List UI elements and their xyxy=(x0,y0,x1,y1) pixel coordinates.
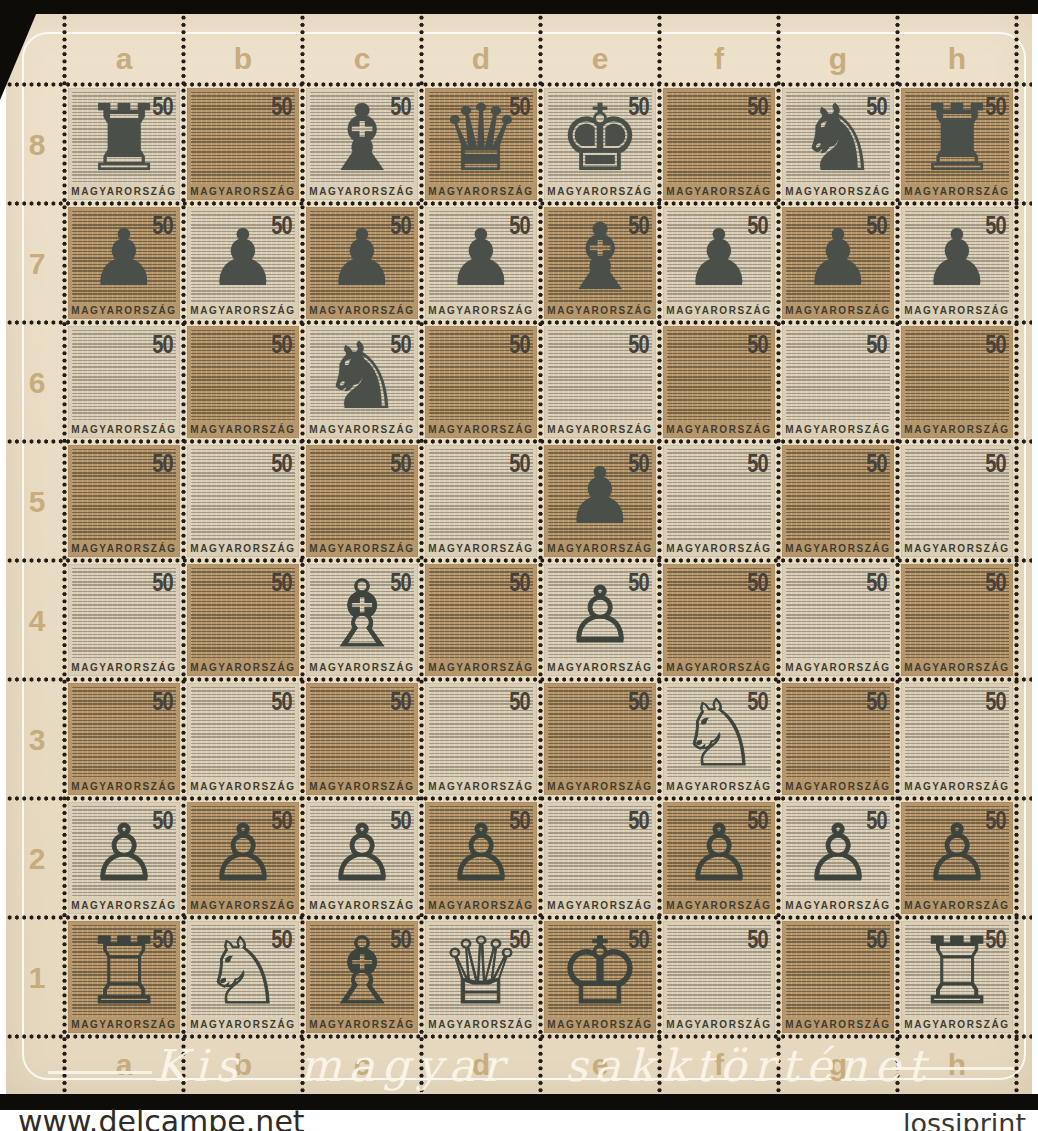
file-label-top-g: g xyxy=(782,42,894,76)
stamp-f4: 50MAGYARORSZÁG xyxy=(663,564,775,676)
stamp-a2: 50♙MAGYARORSZÁG xyxy=(68,802,180,914)
denomination-50: 50 xyxy=(390,92,411,121)
country-name: MAGYARORSZÁG xyxy=(306,424,418,435)
denomination-50: 50 xyxy=(747,211,768,240)
country-name: MAGYARORSZÁG xyxy=(782,900,894,911)
country-name: MAGYARORSZÁG xyxy=(544,662,656,673)
denomination-50: 50 xyxy=(866,330,887,359)
country-name: MAGYARORSZÁG xyxy=(187,662,299,673)
country-name: MAGYARORSZÁG xyxy=(782,186,894,197)
country-name: MAGYARORSZÁG xyxy=(187,900,299,911)
denomination-50: 50 xyxy=(390,449,411,478)
denomination-50: 50 xyxy=(152,92,173,121)
country-name: MAGYARORSZÁG xyxy=(68,424,180,435)
watermark-delcampe: www.delcampe.net xyxy=(18,1104,305,1131)
stamp-g1: 50MAGYARORSZÁG xyxy=(782,921,894,1033)
denomination-50: 50 xyxy=(152,449,173,478)
denomination-50: 50 xyxy=(152,806,173,835)
country-name: MAGYARORSZÁG xyxy=(663,662,775,673)
denomination-50: 50 xyxy=(866,568,887,597)
denomination-50: 50 xyxy=(509,925,530,954)
stamp-d1: 50♕MAGYARORSZÁG xyxy=(425,921,537,1033)
country-name: MAGYARORSZÁG xyxy=(544,900,656,911)
country-name: MAGYARORSZÁG xyxy=(901,781,1013,792)
rank-label-3: 3 xyxy=(20,723,54,757)
country-name: MAGYARORSZÁG xyxy=(544,186,656,197)
stamp-f5: 50MAGYARORSZÁG xyxy=(663,445,775,557)
country-name: MAGYARORSZÁG xyxy=(425,424,537,435)
denomination-50: 50 xyxy=(152,925,173,954)
perforation-line-vertical xyxy=(62,14,67,1096)
country-name: MAGYARORSZÁG xyxy=(901,662,1013,673)
sheet-caption: Kis magyar sakktörténet xyxy=(154,1040,932,1091)
denomination-50: 50 xyxy=(271,211,292,240)
perforation-line-horizontal xyxy=(6,201,1032,206)
country-name: MAGYARORSZÁG xyxy=(782,543,894,554)
stamp-e6: 50MAGYARORSZÁG xyxy=(544,326,656,438)
stamp-b5: 50MAGYARORSZÁG xyxy=(187,445,299,557)
denomination-50: 50 xyxy=(747,330,768,359)
denomination-50: 50 xyxy=(271,687,292,716)
stamp-b3: 50MAGYARORSZÁG xyxy=(187,683,299,795)
country-name: MAGYARORSZÁG xyxy=(663,543,775,554)
stamp-f2: 50♙MAGYARORSZÁG xyxy=(663,802,775,914)
stamp-b1: 50♘MAGYARORSZÁG xyxy=(187,921,299,1033)
stamp-d3: 50MAGYARORSZÁG xyxy=(425,683,537,795)
denomination-50: 50 xyxy=(747,687,768,716)
country-name: MAGYARORSZÁG xyxy=(306,186,418,197)
stamp-b6: 50MAGYARORSZÁG xyxy=(187,326,299,438)
stamp-a8: 50♜MAGYARORSZÁG xyxy=(68,88,180,200)
stamp-h6: 50MAGYARORSZÁG xyxy=(901,326,1013,438)
perforation-line-horizontal xyxy=(6,558,1032,563)
stamp-c8: 50♝MAGYARORSZÁG xyxy=(306,88,418,200)
country-name: MAGYARORSZÁG xyxy=(187,1019,299,1030)
denomination-50: 50 xyxy=(985,925,1006,954)
perforation-line-vertical xyxy=(776,14,781,1096)
denomination-50: 50 xyxy=(271,449,292,478)
denomination-50: 50 xyxy=(747,568,768,597)
scanned-stamp-sheet-photo: aabbccddeeffgghh87654321 50♜MAGYARORSZÁG… xyxy=(0,0,1038,1131)
denomination-50: 50 xyxy=(985,687,1006,716)
denomination-50: 50 xyxy=(628,806,649,835)
stamp-e1: 50♔MAGYARORSZÁG xyxy=(544,921,656,1033)
country-name: MAGYARORSZÁG xyxy=(187,543,299,554)
denomination-50: 50 xyxy=(509,568,530,597)
country-name: MAGYARORSZÁG xyxy=(187,305,299,316)
caption-flourish-left xyxy=(48,1071,152,1074)
denomination-50: 50 xyxy=(985,449,1006,478)
country-name: MAGYARORSZÁG xyxy=(901,1019,1013,1030)
stamp-d8: 50♛MAGYARORSZÁG xyxy=(425,88,537,200)
perforation-line-horizontal xyxy=(6,1034,1032,1039)
stamp-d4: 50MAGYARORSZÁG xyxy=(425,564,537,676)
denomination-50: 50 xyxy=(985,92,1006,121)
rank-label-5: 5 xyxy=(20,485,54,519)
country-name: MAGYARORSZÁG xyxy=(782,305,894,316)
stamp-g8: 50♞MAGYARORSZÁG xyxy=(782,88,894,200)
country-name: MAGYARORSZÁG xyxy=(425,900,537,911)
stamp-c4: 50♗MAGYARORSZÁG xyxy=(306,564,418,676)
country-name: MAGYARORSZÁG xyxy=(663,781,775,792)
country-name: MAGYARORSZÁG xyxy=(306,662,418,673)
perforation-line-vertical xyxy=(300,14,305,1096)
perforation-line-horizontal xyxy=(6,439,1032,444)
country-name: MAGYARORSZÁG xyxy=(68,900,180,911)
perforation-line-vertical xyxy=(1014,14,1019,1096)
stamp-h1: 50♖MAGYARORSZÁG xyxy=(901,921,1013,1033)
country-name: MAGYARORSZÁG xyxy=(782,1019,894,1030)
stamp-h4: 50MAGYARORSZÁG xyxy=(901,564,1013,676)
country-name: MAGYARORSZÁG xyxy=(425,662,537,673)
stamp-d7: 50♟MAGYARORSZÁG xyxy=(425,207,537,319)
country-name: MAGYARORSZÁG xyxy=(68,1019,180,1030)
stamp-b8: 50MAGYARORSZÁG xyxy=(187,88,299,200)
stamp-e7: 50♝MAGYARORSZÁG xyxy=(544,207,656,319)
denomination-50: 50 xyxy=(271,806,292,835)
stamp-f6: 50MAGYARORSZÁG xyxy=(663,326,775,438)
country-name: MAGYARORSZÁG xyxy=(306,900,418,911)
stamp-a6: 50MAGYARORSZÁG xyxy=(68,326,180,438)
rank-label-2: 2 xyxy=(20,842,54,876)
rank-label-7: 7 xyxy=(20,247,54,281)
denomination-50: 50 xyxy=(509,449,530,478)
stamp-c1: 50♗MAGYARORSZÁG xyxy=(306,921,418,1033)
stamp-c5: 50MAGYARORSZÁG xyxy=(306,445,418,557)
denomination-50: 50 xyxy=(747,925,768,954)
country-name: MAGYARORSZÁG xyxy=(663,305,775,316)
stamp-a1: 50♖MAGYARORSZÁG xyxy=(68,921,180,1033)
stamp-g3: 50MAGYARORSZÁG xyxy=(782,683,894,795)
stamp-sheet: aabbccddeeffgghh87654321 50♜MAGYARORSZÁG… xyxy=(6,14,1032,1096)
country-name: MAGYARORSZÁG xyxy=(544,424,656,435)
denomination-50: 50 xyxy=(509,211,530,240)
perforation-line-vertical xyxy=(538,14,543,1096)
stamp-a7: 50♟MAGYARORSZÁG xyxy=(68,207,180,319)
country-name: MAGYARORSZÁG xyxy=(544,781,656,792)
perforation-line-horizontal xyxy=(6,796,1032,801)
denomination-50: 50 xyxy=(985,568,1006,597)
file-label-top-e: e xyxy=(544,42,656,76)
stamp-h7: 50♟MAGYARORSZÁG xyxy=(901,207,1013,319)
denomination-50: 50 xyxy=(628,449,649,478)
perforation-line-horizontal xyxy=(6,82,1032,87)
country-name: MAGYARORSZÁG xyxy=(187,186,299,197)
country-name: MAGYARORSZÁG xyxy=(425,186,537,197)
denomination-50: 50 xyxy=(628,92,649,121)
denomination-50: 50 xyxy=(985,330,1006,359)
denomination-50: 50 xyxy=(866,925,887,954)
stamp-d2: 50♙MAGYARORSZÁG xyxy=(425,802,537,914)
perforation-line-vertical xyxy=(657,14,662,1096)
perforation-line-vertical xyxy=(895,14,900,1096)
stamp-f1: 50MAGYARORSZÁG xyxy=(663,921,775,1033)
country-name: MAGYARORSZÁG xyxy=(68,662,180,673)
stamp-g7: 50♟MAGYARORSZÁG xyxy=(782,207,894,319)
stamp-e5: 50♟MAGYARORSZÁG xyxy=(544,445,656,557)
rank-label-8: 8 xyxy=(20,128,54,162)
denomination-50: 50 xyxy=(866,687,887,716)
stamp-e3: 50MAGYARORSZÁG xyxy=(544,683,656,795)
perforation-line-horizontal xyxy=(6,915,1032,920)
denomination-50: 50 xyxy=(628,925,649,954)
denomination-50: 50 xyxy=(271,925,292,954)
denomination-50: 50 xyxy=(390,925,411,954)
stamp-f8: 50MAGYARORSZÁG xyxy=(663,88,775,200)
country-name: MAGYARORSZÁG xyxy=(663,424,775,435)
stamp-h2: 50♙MAGYARORSZÁG xyxy=(901,802,1013,914)
country-name: MAGYARORSZÁG xyxy=(663,186,775,197)
denomination-50: 50 xyxy=(271,568,292,597)
denomination-50: 50 xyxy=(509,687,530,716)
country-name: MAGYARORSZÁG xyxy=(68,781,180,792)
country-name: MAGYARORSZÁG xyxy=(68,305,180,316)
stamp-h3: 50MAGYARORSZÁG xyxy=(901,683,1013,795)
country-name: MAGYARORSZÁG xyxy=(901,424,1013,435)
perforation-line-horizontal xyxy=(6,677,1032,682)
country-name: MAGYARORSZÁG xyxy=(306,305,418,316)
stamp-g2: 50♙MAGYARORSZÁG xyxy=(782,802,894,914)
denomination-50: 50 xyxy=(509,92,530,121)
file-label-top-h: h xyxy=(901,42,1013,76)
country-name: MAGYARORSZÁG xyxy=(306,543,418,554)
stamp-c2: 50♙MAGYARORSZÁG xyxy=(306,802,418,914)
stamp-b2: 50♙MAGYARORSZÁG xyxy=(187,802,299,914)
perforation-line-vertical xyxy=(419,14,424,1096)
stamp-c6: 50♞MAGYARORSZÁG xyxy=(306,326,418,438)
rank-label-6: 6 xyxy=(20,366,54,400)
stamp-g4: 50MAGYARORSZÁG xyxy=(782,564,894,676)
country-name: MAGYARORSZÁG xyxy=(306,1019,418,1030)
stamp-c3: 50MAGYARORSZÁG xyxy=(306,683,418,795)
perforation-line-horizontal xyxy=(6,320,1032,325)
country-name: MAGYARORSZÁG xyxy=(663,900,775,911)
country-name: MAGYARORSZÁG xyxy=(544,543,656,554)
country-name: MAGYARORSZÁG xyxy=(663,1019,775,1030)
denomination-50: 50 xyxy=(152,687,173,716)
country-name: MAGYARORSZÁG xyxy=(544,1019,656,1030)
stamp-h5: 50MAGYARORSZÁG xyxy=(901,445,1013,557)
stamp-b4: 50MAGYARORSZÁG xyxy=(187,564,299,676)
country-name: MAGYARORSZÁG xyxy=(425,543,537,554)
denomination-50: 50 xyxy=(390,330,411,359)
file-label-top-d: d xyxy=(425,42,537,76)
stamp-c7: 50♟MAGYARORSZÁG xyxy=(306,207,418,319)
denomination-50: 50 xyxy=(390,687,411,716)
file-label-top-f: f xyxy=(663,42,775,76)
country-name: MAGYARORSZÁG xyxy=(425,781,537,792)
denomination-50: 50 xyxy=(985,211,1006,240)
file-label-top-b: b xyxy=(187,42,299,76)
denomination-50: 50 xyxy=(866,806,887,835)
stamp-a3: 50MAGYARORSZÁG xyxy=(68,683,180,795)
denomination-50: 50 xyxy=(747,806,768,835)
denomination-50: 50 xyxy=(866,92,887,121)
caption-flourish-right xyxy=(892,1067,1014,1070)
denomination-50: 50 xyxy=(747,92,768,121)
denomination-50: 50 xyxy=(390,211,411,240)
denomination-50: 50 xyxy=(152,211,173,240)
denomination-50: 50 xyxy=(390,568,411,597)
denomination-50: 50 xyxy=(509,330,530,359)
country-name: MAGYARORSZÁG xyxy=(782,781,894,792)
country-name: MAGYARORSZÁG xyxy=(901,305,1013,316)
country-name: MAGYARORSZÁG xyxy=(544,305,656,316)
country-name: MAGYARORSZÁG xyxy=(782,662,894,673)
denomination-50: 50 xyxy=(628,330,649,359)
denomination-50: 50 xyxy=(628,211,649,240)
scan-edge-top xyxy=(0,0,1038,14)
denomination-50: 50 xyxy=(271,330,292,359)
denomination-50: 50 xyxy=(152,330,173,359)
stamp-h8: 50♜MAGYARORSZÁG xyxy=(901,88,1013,200)
country-name: MAGYARORSZÁG xyxy=(68,186,180,197)
denomination-50: 50 xyxy=(747,449,768,478)
stamp-d6: 50MAGYARORSZÁG xyxy=(425,326,537,438)
stamp-a4: 50MAGYARORSZÁG xyxy=(68,564,180,676)
denomination-50: 50 xyxy=(628,568,649,597)
country-name: MAGYARORSZÁG xyxy=(68,543,180,554)
country-name: MAGYARORSZÁG xyxy=(901,543,1013,554)
stamp-f7: 50♟MAGYARORSZÁG xyxy=(663,207,775,319)
perforation-line-vertical xyxy=(181,14,186,1096)
watermark-lossiprint: lossiprint xyxy=(903,1108,1026,1131)
denomination-50: 50 xyxy=(985,806,1006,835)
denomination-50: 50 xyxy=(390,806,411,835)
file-label-top-c: c xyxy=(306,42,418,76)
denomination-50: 50 xyxy=(509,806,530,835)
country-name: MAGYARORSZÁG xyxy=(306,781,418,792)
rank-label-4: 4 xyxy=(20,604,54,638)
country-name: MAGYARORSZÁG xyxy=(901,186,1013,197)
stamp-e4: 50♙MAGYARORSZÁG xyxy=(544,564,656,676)
rank-label-1: 1 xyxy=(20,961,54,995)
denomination-50: 50 xyxy=(866,449,887,478)
country-name: MAGYARORSZÁG xyxy=(425,1019,537,1030)
stamp-b7: 50♟MAGYARORSZÁG xyxy=(187,207,299,319)
country-name: MAGYARORSZÁG xyxy=(187,424,299,435)
stamp-g5: 50MAGYARORSZÁG xyxy=(782,445,894,557)
country-name: MAGYARORSZÁG xyxy=(187,781,299,792)
stamp-a5: 50MAGYARORSZÁG xyxy=(68,445,180,557)
stamp-d5: 50MAGYARORSZÁG xyxy=(425,445,537,557)
stamp-e2: 50MAGYARORSZÁG xyxy=(544,802,656,914)
country-name: MAGYARORSZÁG xyxy=(901,900,1013,911)
denomination-50: 50 xyxy=(628,687,649,716)
stamp-g6: 50MAGYARORSZÁG xyxy=(782,326,894,438)
country-name: MAGYARORSZÁG xyxy=(425,305,537,316)
denomination-50: 50 xyxy=(866,211,887,240)
stamp-e8: 50♚MAGYARORSZÁG xyxy=(544,88,656,200)
denomination-50: 50 xyxy=(152,568,173,597)
stamp-f3: 50♘MAGYARORSZÁG xyxy=(663,683,775,795)
file-label-top-a: a xyxy=(68,42,180,76)
country-name: MAGYARORSZÁG xyxy=(782,424,894,435)
denomination-50: 50 xyxy=(271,92,292,121)
